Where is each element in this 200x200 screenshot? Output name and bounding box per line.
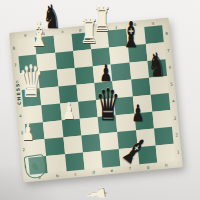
white-rook-icon: ♜ bbox=[80, 14, 99, 48]
white-bishop-icon: ♝ bbox=[29, 16, 49, 52]
black-bishop-icon: ♝ bbox=[121, 17, 141, 53]
white-pawn-icon: ♟ bbox=[84, 186, 109, 200]
black-bishop-icon: ♝ bbox=[115, 131, 153, 172]
white-pawn-icon: ♟ bbox=[63, 100, 76, 123]
white-pawn-icon: ♟ bbox=[22, 121, 35, 144]
black-pawn-icon: ♟ bbox=[132, 102, 145, 125]
pieces-layer: ♞♜♜♝♝♞♟♛♛♟♟♟♝♟ bbox=[0, 0, 200, 200]
black-queen-icon: ♛ bbox=[96, 83, 120, 127]
black-knight-icon: ♞ bbox=[148, 48, 166, 81]
table-surface: CHESS ♞ aa88bb77cc66dd55ee44ff33gg22hh11… bbox=[0, 0, 200, 200]
white-queen-icon: ♛ bbox=[19, 60, 43, 104]
